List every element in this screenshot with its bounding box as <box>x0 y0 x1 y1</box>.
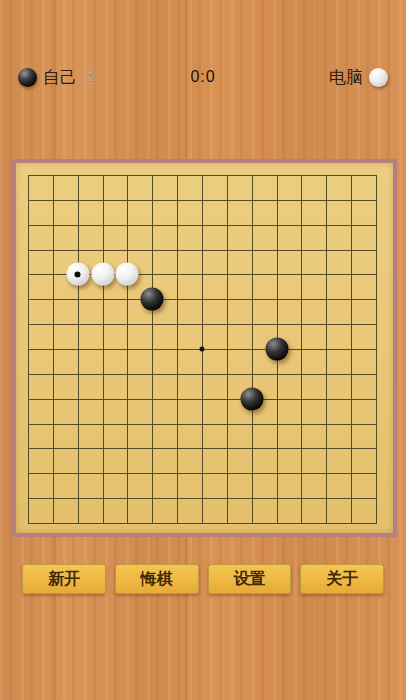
settings-button[interactable]: 设置 <box>208 564 292 594</box>
grid-line-vertical <box>227 175 228 524</box>
grid-line-vertical <box>252 175 253 524</box>
white-stone <box>66 263 89 286</box>
grid-line-horizontal <box>28 448 377 449</box>
grid-line-horizontal <box>28 523 377 524</box>
grid-line-vertical <box>301 175 302 524</box>
board-grid <box>28 175 377 524</box>
black-stone <box>265 338 288 361</box>
white-stone <box>91 263 114 286</box>
undo-button[interactable]: 悔棋 <box>115 564 199 594</box>
grid-line-horizontal <box>28 374 377 375</box>
black-stone <box>240 387 263 410</box>
grid-line-vertical <box>351 175 352 524</box>
score-display: 0:0 <box>0 68 406 86</box>
goban-board[interactable] <box>12 159 397 537</box>
black-stone <box>141 288 164 311</box>
grid-line-vertical <box>376 175 377 524</box>
app-screen: 自己 ☝ 0:0 电脑 新开悔棋设置关于 <box>0 0 406 700</box>
grid-line-vertical <box>326 175 327 524</box>
new-game-button[interactable]: 新开 <box>22 564 106 594</box>
grid-line-horizontal <box>28 424 377 425</box>
grid-line-horizontal <box>28 473 377 474</box>
white-stone <box>116 263 139 286</box>
grid-line-horizontal <box>28 498 377 499</box>
last-move-marker <box>75 271 81 277</box>
status-bar: 自己 ☝ 0:0 电脑 <box>0 62 406 92</box>
center-star-point <box>200 347 205 352</box>
toolbar: 新开悔棋设置关于 <box>0 564 406 594</box>
grid-line-horizontal <box>28 399 377 400</box>
about-button[interactable]: 关于 <box>300 564 384 594</box>
